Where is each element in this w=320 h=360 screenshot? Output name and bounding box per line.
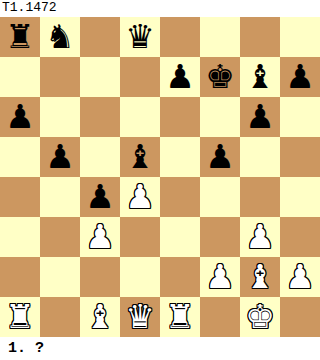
piece-white-bishop[interactable]: ♝ — [245, 257, 275, 297]
square-f7[interactable]: ♚ — [200, 57, 240, 97]
square-c7[interactable] — [80, 57, 120, 97]
move-prompt: 1. ? — [0, 337, 320, 360]
square-d5[interactable]: ♝ — [120, 137, 160, 177]
square-h3[interactable] — [280, 217, 320, 257]
piece-white-pawn[interactable]: ♟ — [285, 257, 315, 297]
piece-black-pawn[interactable]: ♟ — [85, 177, 115, 217]
square-e6[interactable] — [160, 97, 200, 137]
square-b4[interactable] — [40, 177, 80, 217]
square-f3[interactable] — [200, 217, 240, 257]
square-e8[interactable] — [160, 17, 200, 57]
square-c5[interactable] — [80, 137, 120, 177]
square-b1[interactable] — [40, 297, 80, 337]
square-b7[interactable] — [40, 57, 80, 97]
square-a8[interactable]: ♜ — [0, 17, 40, 57]
piece-black-bishop[interactable]: ♝ — [245, 57, 275, 97]
square-h1[interactable] — [280, 297, 320, 337]
puzzle-id: T1.1472 — [0, 0, 320, 17]
square-g7[interactable]: ♝ — [240, 57, 280, 97]
square-d8[interactable]: ♛ — [120, 17, 160, 57]
square-b2[interactable] — [40, 257, 80, 297]
square-b5[interactable]: ♟ — [40, 137, 80, 177]
square-g3[interactable]: ♟ — [240, 217, 280, 257]
square-c2[interactable] — [80, 257, 120, 297]
square-f2[interactable]: ♟ — [200, 257, 240, 297]
square-e1[interactable]: ♜ — [160, 297, 200, 337]
square-h8[interactable] — [280, 17, 320, 57]
square-e7[interactable]: ♟ — [160, 57, 200, 97]
square-c6[interactable] — [80, 97, 120, 137]
square-b8[interactable]: ♞ — [40, 17, 80, 57]
square-d7[interactable] — [120, 57, 160, 97]
square-a2[interactable] — [0, 257, 40, 297]
square-g8[interactable] — [240, 17, 280, 57]
piece-white-queen[interactable]: ♛ — [125, 297, 155, 337]
square-a1[interactable]: ♜ — [0, 297, 40, 337]
chess-board: ♜♞♛♟♚♝♟♟♟♟♝♟♟♟♟♟♟♝♟♜♝♛♜♚ — [0, 17, 320, 337]
piece-white-pawn[interactable]: ♟ — [85, 217, 115, 257]
square-b3[interactable] — [40, 217, 80, 257]
square-d6[interactable] — [120, 97, 160, 137]
square-c1[interactable]: ♝ — [80, 297, 120, 337]
piece-black-bishop[interactable]: ♝ — [125, 137, 155, 177]
piece-white-bishop[interactable]: ♝ — [85, 297, 115, 337]
square-f6[interactable] — [200, 97, 240, 137]
square-e5[interactable] — [160, 137, 200, 177]
square-g6[interactable]: ♟ — [240, 97, 280, 137]
square-g4[interactable] — [240, 177, 280, 217]
piece-black-knight[interactable]: ♞ — [45, 17, 75, 57]
piece-black-pawn[interactable]: ♟ — [205, 137, 235, 177]
piece-black-pawn[interactable]: ♟ — [245, 97, 275, 137]
square-b6[interactable] — [40, 97, 80, 137]
square-f5[interactable]: ♟ — [200, 137, 240, 177]
square-d2[interactable] — [120, 257, 160, 297]
piece-white-pawn[interactable]: ♟ — [205, 257, 235, 297]
square-f1[interactable] — [200, 297, 240, 337]
square-a4[interactable] — [0, 177, 40, 217]
square-c4[interactable]: ♟ — [80, 177, 120, 217]
square-g2[interactable]: ♝ — [240, 257, 280, 297]
piece-white-pawn[interactable]: ♟ — [245, 217, 275, 257]
chess-puzzle-page: T1.1472 ♜♞♛♟♚♝♟♟♟♟♝♟♟♟♟♟♟♝♟♜♝♛♜♚ 1. ? — [0, 0, 320, 360]
square-c8[interactable] — [80, 17, 120, 57]
square-g1[interactable]: ♚ — [240, 297, 280, 337]
square-h7[interactable]: ♟ — [280, 57, 320, 97]
square-h2[interactable]: ♟ — [280, 257, 320, 297]
square-h4[interactable] — [280, 177, 320, 217]
square-d3[interactable] — [120, 217, 160, 257]
square-g5[interactable] — [240, 137, 280, 177]
piece-black-pawn[interactable]: ♟ — [45, 137, 75, 177]
piece-black-king[interactable]: ♚ — [205, 57, 235, 97]
square-e2[interactable] — [160, 257, 200, 297]
piece-black-pawn[interactable]: ♟ — [5, 97, 35, 137]
square-a3[interactable] — [0, 217, 40, 257]
square-d4[interactable]: ♟ — [120, 177, 160, 217]
square-h5[interactable] — [280, 137, 320, 177]
piece-white-pawn[interactable]: ♟ — [125, 177, 155, 217]
piece-white-rook[interactable]: ♜ — [165, 297, 195, 337]
piece-black-rook[interactable]: ♜ — [5, 17, 35, 57]
square-a6[interactable]: ♟ — [0, 97, 40, 137]
square-e3[interactable] — [160, 217, 200, 257]
square-a5[interactable] — [0, 137, 40, 177]
piece-black-pawn[interactable]: ♟ — [165, 57, 195, 97]
square-c3[interactable]: ♟ — [80, 217, 120, 257]
piece-black-queen[interactable]: ♛ — [125, 17, 155, 57]
square-d1[interactable]: ♛ — [120, 297, 160, 337]
square-h6[interactable] — [280, 97, 320, 137]
piece-white-king[interactable]: ♚ — [245, 297, 275, 337]
piece-white-rook[interactable]: ♜ — [5, 297, 35, 337]
square-e4[interactable] — [160, 177, 200, 217]
piece-black-pawn[interactable]: ♟ — [285, 57, 315, 97]
square-f8[interactable] — [200, 17, 240, 57]
square-f4[interactable] — [200, 177, 240, 217]
square-a7[interactable] — [0, 57, 40, 97]
